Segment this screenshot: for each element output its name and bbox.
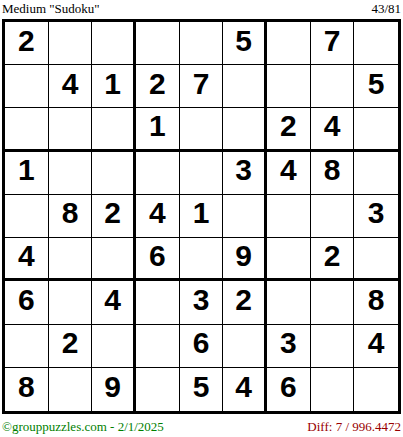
cell-r6c3	[92, 238, 136, 281]
cell-r5c8	[311, 195, 355, 238]
puzzle-title: Medium "Sudoku"	[2, 1, 100, 17]
cell-r2c7	[267, 65, 311, 108]
cell-r6c5	[180, 238, 224, 281]
cell-r3c3	[92, 108, 136, 151]
empty-cell-counter: 43/81	[371, 1, 401, 17]
cell-r3c5	[180, 108, 224, 151]
cell-r1c3	[92, 22, 136, 65]
cell-r5c9: 3	[354, 195, 398, 238]
cell-r2c8	[311, 65, 355, 108]
cell-r3c6	[223, 108, 267, 151]
cell-r5c4: 4	[136, 195, 180, 238]
cell-r2c2: 4	[49, 65, 93, 108]
cell-r7c2	[49, 281, 93, 324]
cell-r5c6	[223, 195, 267, 238]
cell-r3c8: 4	[311, 108, 355, 151]
cell-r7c9: 8	[354, 281, 398, 324]
cell-r8c6	[223, 325, 267, 368]
cell-r9c6: 4	[223, 368, 267, 411]
cell-r7c3: 4	[92, 281, 136, 324]
cell-r7c7	[267, 281, 311, 324]
cell-r7c4	[136, 281, 180, 324]
footer: ©grouppuzzles.com - 2/1/2025 Diff: 7 / 9…	[0, 419, 403, 435]
cell-r1c4	[136, 22, 180, 65]
cell-r4c4	[136, 152, 180, 195]
cell-r1c1: 2	[5, 22, 49, 65]
cell-r1c9	[354, 22, 398, 65]
cell-r2c6	[223, 65, 267, 108]
cell-r8c5: 6	[180, 325, 224, 368]
cell-r6c1: 4	[5, 238, 49, 281]
cell-r5c7	[267, 195, 311, 238]
cell-r9c3: 9	[92, 368, 136, 411]
cell-r1c5	[180, 22, 224, 65]
cell-r4c7: 4	[267, 152, 311, 195]
cell-r7c1: 6	[5, 281, 49, 324]
cell-r4c2	[49, 152, 93, 195]
cell-r5c3: 2	[92, 195, 136, 238]
cell-r4c9	[354, 152, 398, 195]
cell-r9c9	[354, 368, 398, 411]
cell-r1c2	[49, 22, 93, 65]
cell-r2c1	[5, 65, 49, 108]
cell-r5c5: 1	[180, 195, 224, 238]
cell-r5c2: 8	[49, 195, 93, 238]
cell-r6c6: 9	[223, 238, 267, 281]
difficulty-text: Diff: 7 / 996.4472	[307, 419, 401, 435]
cell-r8c2: 2	[49, 325, 93, 368]
sudoku-grid: 25741275124134882413469264328263489546	[2, 19, 401, 414]
cell-r5c1	[5, 195, 49, 238]
cell-r1c7	[267, 22, 311, 65]
cell-r6c2	[49, 238, 93, 281]
copyright-text: ©grouppuzzles.com - 2/1/2025	[2, 419, 164, 435]
cell-r9c5: 5	[180, 368, 224, 411]
cell-r9c1: 8	[5, 368, 49, 411]
cell-r8c9: 4	[354, 325, 398, 368]
cell-r8c3	[92, 325, 136, 368]
cell-r2c4: 2	[136, 65, 180, 108]
cell-r8c1	[5, 325, 49, 368]
cell-r2c9: 5	[354, 65, 398, 108]
cell-r3c4: 1	[136, 108, 180, 151]
cell-r9c2	[49, 368, 93, 411]
cell-r2c3: 1	[92, 65, 136, 108]
cell-r3c2	[49, 108, 93, 151]
cell-r4c8: 8	[311, 152, 355, 195]
cell-r9c8	[311, 368, 355, 411]
cell-r6c4: 6	[136, 238, 180, 281]
cell-r8c8	[311, 325, 355, 368]
cell-r7c8	[311, 281, 355, 324]
cell-r9c4	[136, 368, 180, 411]
cell-r9c7: 6	[267, 368, 311, 411]
cell-r7c5: 3	[180, 281, 224, 324]
header: Medium "Sudoku" 43/81	[0, 0, 403, 18]
cell-r8c7: 3	[267, 325, 311, 368]
cell-r6c8: 2	[311, 238, 355, 281]
cell-r1c8: 7	[311, 22, 355, 65]
cell-r3c9	[354, 108, 398, 151]
cell-r7c6: 2	[223, 281, 267, 324]
cell-r4c6: 3	[223, 152, 267, 195]
cell-r4c3	[92, 152, 136, 195]
cell-r2c5: 7	[180, 65, 224, 108]
cell-r8c4	[136, 325, 180, 368]
cell-r4c5	[180, 152, 224, 195]
cell-r6c9	[354, 238, 398, 281]
cell-r3c1	[5, 108, 49, 151]
cell-r1c6: 5	[223, 22, 267, 65]
cell-r6c7	[267, 238, 311, 281]
cell-r4c1: 1	[5, 152, 49, 195]
cell-r3c7: 2	[267, 108, 311, 151]
